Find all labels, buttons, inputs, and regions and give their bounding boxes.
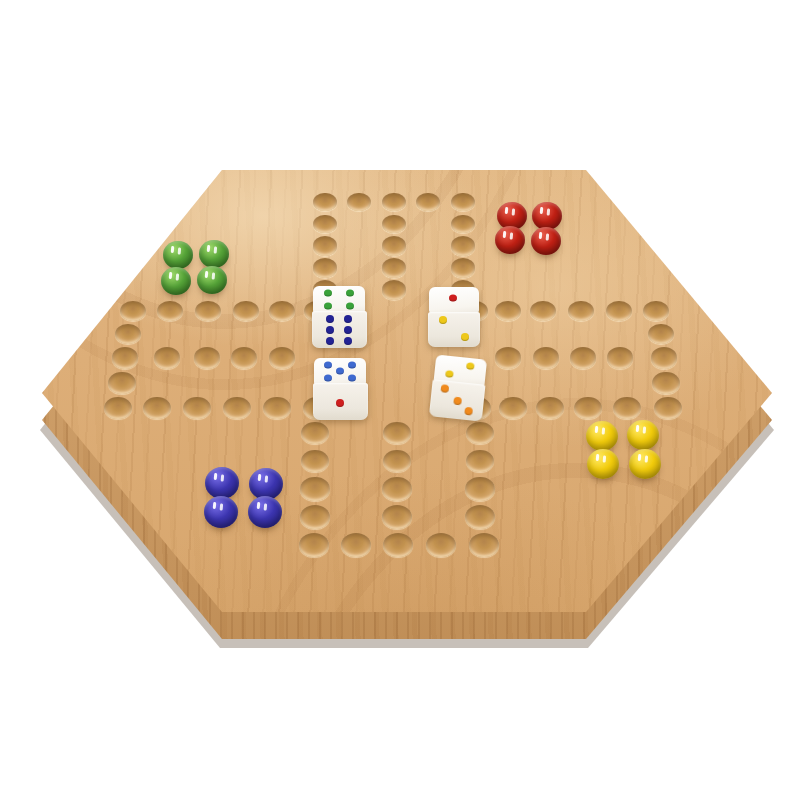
blue-pip [348, 361, 356, 368]
board-hole-track[interactable] [104, 397, 132, 419]
board-hole-track[interactable] [466, 450, 495, 473]
board-hole-home-right[interactable] [495, 347, 521, 368]
board-hole-track[interactable] [654, 397, 682, 419]
board-hole-track[interactable] [269, 301, 294, 321]
board-hole-track[interactable] [465, 505, 495, 529]
board-hole-track[interactable] [652, 372, 679, 394]
board-hole-track[interactable] [115, 324, 141, 345]
green-pip [324, 290, 332, 297]
green-pip [346, 302, 354, 309]
green-pip [346, 290, 354, 297]
board-hole-track[interactable] [157, 301, 182, 321]
blue-pip [324, 375, 332, 382]
board-hole-track[interactable] [536, 397, 564, 419]
board-hole-track[interactable] [530, 301, 555, 321]
orange-pip [440, 385, 449, 394]
navy-pip [326, 326, 334, 334]
board-hole-home-left[interactable] [154, 347, 180, 368]
board-hole-home-right[interactable] [570, 347, 596, 368]
board-hole-track[interactable] [469, 533, 500, 557]
board-hole-track[interactable] [341, 533, 372, 557]
navy-pip [326, 315, 334, 323]
green-marble[interactable] [163, 241, 193, 269]
board-hole-home-bottom[interactable] [382, 477, 411, 500]
board-top-face [0, 0, 800, 800]
board-hole-track[interactable] [313, 258, 337, 278]
board-hole-track[interactable] [568, 301, 593, 321]
yellow-marble[interactable] [587, 449, 619, 479]
red-marble[interactable] [531, 227, 561, 255]
board-hole-track[interactable] [651, 347, 677, 368]
die-top-face-5-blue [314, 358, 367, 385]
board-hole-track[interactable] [416, 193, 439, 211]
red-marble[interactable] [495, 226, 525, 254]
board-hole-home-right[interactable] [533, 347, 559, 368]
board-hole-track[interactable] [223, 397, 251, 419]
board-hole-track[interactable] [499, 397, 527, 419]
board-hole-track[interactable] [300, 505, 330, 529]
board-hole-track[interactable] [495, 301, 520, 321]
board-hole-track[interactable] [301, 450, 330, 473]
blue-pip [348, 375, 356, 382]
die-top-face-4-green [313, 286, 366, 313]
die-front-face-3-orange [428, 380, 485, 422]
board-hole-home-top[interactable] [382, 215, 406, 234]
board-hole-track[interactable] [451, 193, 474, 211]
board-hole-track[interactable] [451, 258, 475, 278]
board-hole-home-bottom[interactable] [383, 450, 412, 473]
orange-pip [452, 396, 461, 405]
blue-marble[interactable] [204, 496, 238, 528]
yellow-marble[interactable] [629, 449, 661, 479]
die-top-face-1-red [429, 287, 479, 313]
die-front-face-1-red [313, 383, 368, 420]
board-hole-track[interactable] [301, 422, 329, 445]
board-hole-track[interactable] [313, 193, 336, 211]
navy-pip [344, 326, 352, 334]
red-marble[interactable] [532, 202, 562, 230]
board-hole-track[interactable] [108, 372, 135, 394]
board-hole-home-bottom[interactable] [382, 505, 412, 529]
board-hole-track[interactable] [451, 215, 475, 234]
navy-pip [344, 315, 352, 323]
board-hole-home-left[interactable] [231, 347, 257, 368]
green-marble[interactable] [197, 266, 227, 294]
board-hole-home-left[interactable] [194, 347, 220, 368]
board-hole-track[interactable] [347, 193, 370, 211]
board-hole-track[interactable] [300, 477, 329, 500]
die-front-face-2-yellow [428, 312, 480, 348]
board-hole-track[interactable] [233, 301, 258, 321]
orange-pip [463, 407, 472, 416]
board-hole-track[interactable] [451, 236, 475, 255]
yellow-marble[interactable] [586, 421, 618, 451]
board-hole-track[interactable] [299, 533, 330, 557]
board-hole-track[interactable] [112, 347, 138, 368]
board-hole-track[interactable] [643, 301, 668, 321]
board-hole-track[interactable] [466, 422, 494, 445]
yellow-pip [439, 316, 447, 324]
board-hole-track[interactable] [183, 397, 211, 419]
blue-marble[interactable] [248, 496, 282, 528]
board-hole-home-bottom[interactable] [383, 422, 411, 445]
board-hole-track[interactable] [382, 193, 405, 211]
navy-pip [326, 337, 334, 345]
board-hole-home-left[interactable] [269, 347, 295, 368]
yellow-pip [445, 370, 454, 378]
blue-pip [336, 368, 344, 375]
board-hole-track[interactable] [465, 477, 494, 500]
board-hole-track[interactable] [313, 236, 337, 255]
board-hole-track[interactable] [143, 397, 171, 419]
die-4[interactable] [428, 354, 487, 421]
green-marble[interactable] [199, 240, 229, 268]
board-hole-home-right[interactable] [607, 347, 633, 368]
board-hole-track[interactable] [613, 397, 641, 419]
yellow-pip [465, 362, 474, 370]
board-hole-track[interactable] [426, 533, 457, 557]
board-hole-home-top[interactable] [382, 280, 407, 300]
red-pip [336, 399, 344, 407]
green-marble[interactable] [161, 267, 191, 295]
board-hole-track[interactable] [606, 301, 631, 321]
board-hole-track[interactable] [263, 397, 291, 419]
board-hole-track[interactable] [120, 301, 145, 321]
board-hole-home-top[interactable] [382, 258, 406, 278]
board-hole-track[interactable] [383, 533, 414, 557]
yellow-pip [461, 333, 469, 341]
board-scene [0, 0, 800, 800]
board-hole-track[interactable] [574, 397, 602, 419]
board-hole-track[interactable] [648, 324, 674, 345]
die-1[interactable] [312, 286, 367, 349]
green-pip [324, 302, 332, 309]
board-hole-track[interactable] [313, 215, 337, 234]
die-3[interactable] [313, 358, 368, 421]
board-hole-track[interactable] [195, 301, 220, 321]
navy-pip [344, 337, 352, 345]
die-front-face-6-navy [312, 311, 367, 348]
board-hole-home-top[interactable] [382, 236, 406, 255]
yellow-marble[interactable] [627, 420, 659, 450]
die-2[interactable] [428, 287, 480, 348]
blue-marble[interactable] [205, 467, 239, 499]
blue-pip [324, 361, 332, 368]
red-pip [449, 294, 457, 301]
